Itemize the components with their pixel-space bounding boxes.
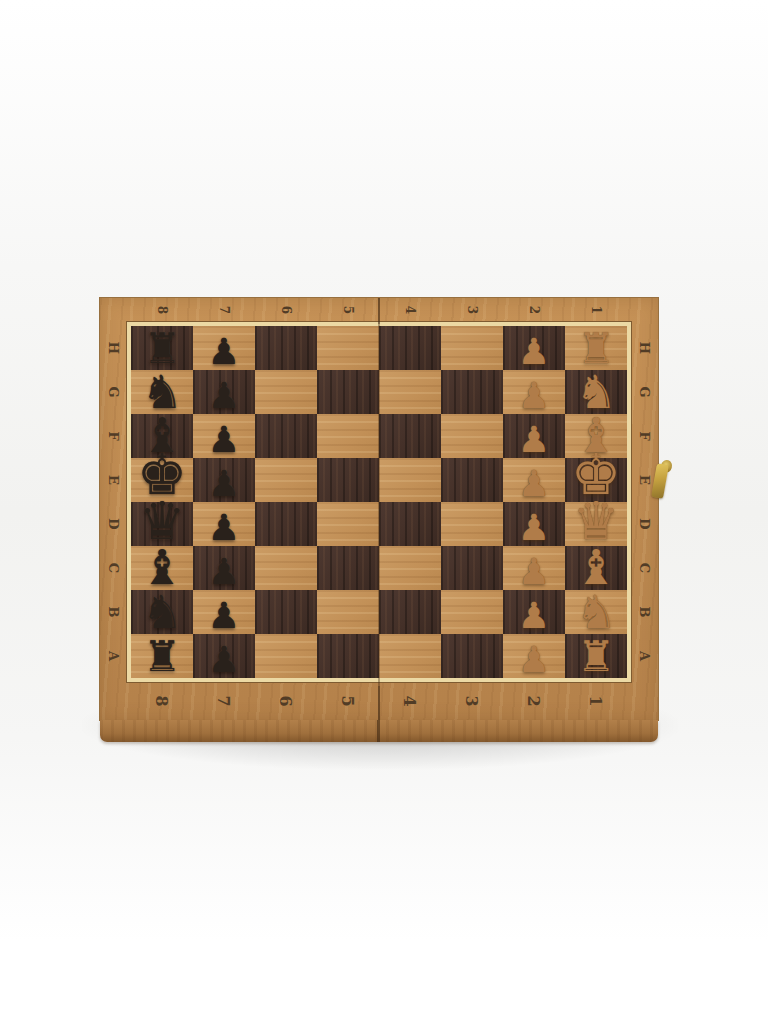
rank-label-5: 5 [336,279,360,341]
square-f2 [503,414,565,458]
square-b4 [379,590,441,634]
square-g7 [193,370,255,414]
file-label-h: H [623,335,667,362]
chess-set: ♜♞♝♚♛♝♞♜♟♟♟♟♟♟♟♟♟♟♟♟♟♟♟♟♜♞♝♚♛♝♞♜ 8765432… [100,298,658,764]
rank-label-3: 3 [460,279,484,341]
file-label-c: C [623,555,667,582]
square-f5 [317,414,379,458]
square-f7 [193,414,255,458]
square-b3 [441,590,503,634]
chess-board: ♜♞♝♚♛♝♞♜♟♟♟♟♟♟♟♟♟♟♟♟♟♟♟♟♜♞♝♚♛♝♞♜ 8765432… [100,298,658,720]
file-label-f: F [92,423,136,450]
file-label-a: A [623,643,667,670]
rank-label-4: 4 [398,279,422,341]
square-d8 [131,502,193,546]
square-c5 [317,546,379,590]
square-e5 [317,458,379,502]
square-g2 [503,370,565,414]
rank-label-1: 1 [584,279,608,341]
square-c6 [255,546,317,590]
file-label-g: G [92,379,136,406]
board-front-edge [100,720,658,742]
square-c3 [441,546,503,590]
square-b8 [131,590,193,634]
square-c1 [565,546,627,590]
square-e2 [503,458,565,502]
square-b7 [193,590,255,634]
square-g6 [255,370,317,414]
file-label-d: D [92,511,136,538]
square-e1 [565,458,627,502]
square-c7 [193,546,255,590]
square-e7 [193,458,255,502]
fold-seam [378,298,380,720]
square-g1 [565,370,627,414]
square-d3 [441,502,503,546]
square-b6 [255,590,317,634]
square-d5 [317,502,379,546]
square-d7 [193,502,255,546]
file-label-d: D [623,511,667,538]
square-g5 [317,370,379,414]
brass-clasp-plate [651,463,669,499]
file-label-b: B [92,599,136,626]
file-label-h: H [92,335,136,362]
square-c4 [379,546,441,590]
rank-label-2: 2 [522,279,546,341]
square-b5 [317,590,379,634]
brass-clasp [646,460,674,506]
square-e6 [255,458,317,502]
file-label-g: G [623,379,667,406]
square-g8 [131,370,193,414]
square-f8 [131,414,193,458]
rank-label-7: 7 [212,279,236,341]
file-label-a: A [92,643,136,670]
file-label-c: C [92,555,136,582]
square-b2 [503,590,565,634]
square-f1 [565,414,627,458]
square-e8 [131,458,193,502]
square-d1 [565,502,627,546]
square-d4 [379,502,441,546]
square-d6 [255,502,317,546]
file-labels-left: HGFEDCBA [100,326,127,678]
file-label-f: F [623,423,667,450]
fold-seam-front [377,720,380,742]
file-label-b: B [623,599,667,626]
rank-label-6: 6 [274,279,298,341]
file-label-e: E [92,467,136,494]
square-e4 [379,458,441,502]
rank-label-8: 8 [150,279,174,341]
square-f4 [379,414,441,458]
square-c8 [131,546,193,590]
square-f6 [255,414,317,458]
square-c2 [503,546,565,590]
square-g4 [379,370,441,414]
square-g3 [441,370,503,414]
square-e3 [441,458,503,502]
square-d2 [503,502,565,546]
square-b1 [565,590,627,634]
square-f3 [441,414,503,458]
